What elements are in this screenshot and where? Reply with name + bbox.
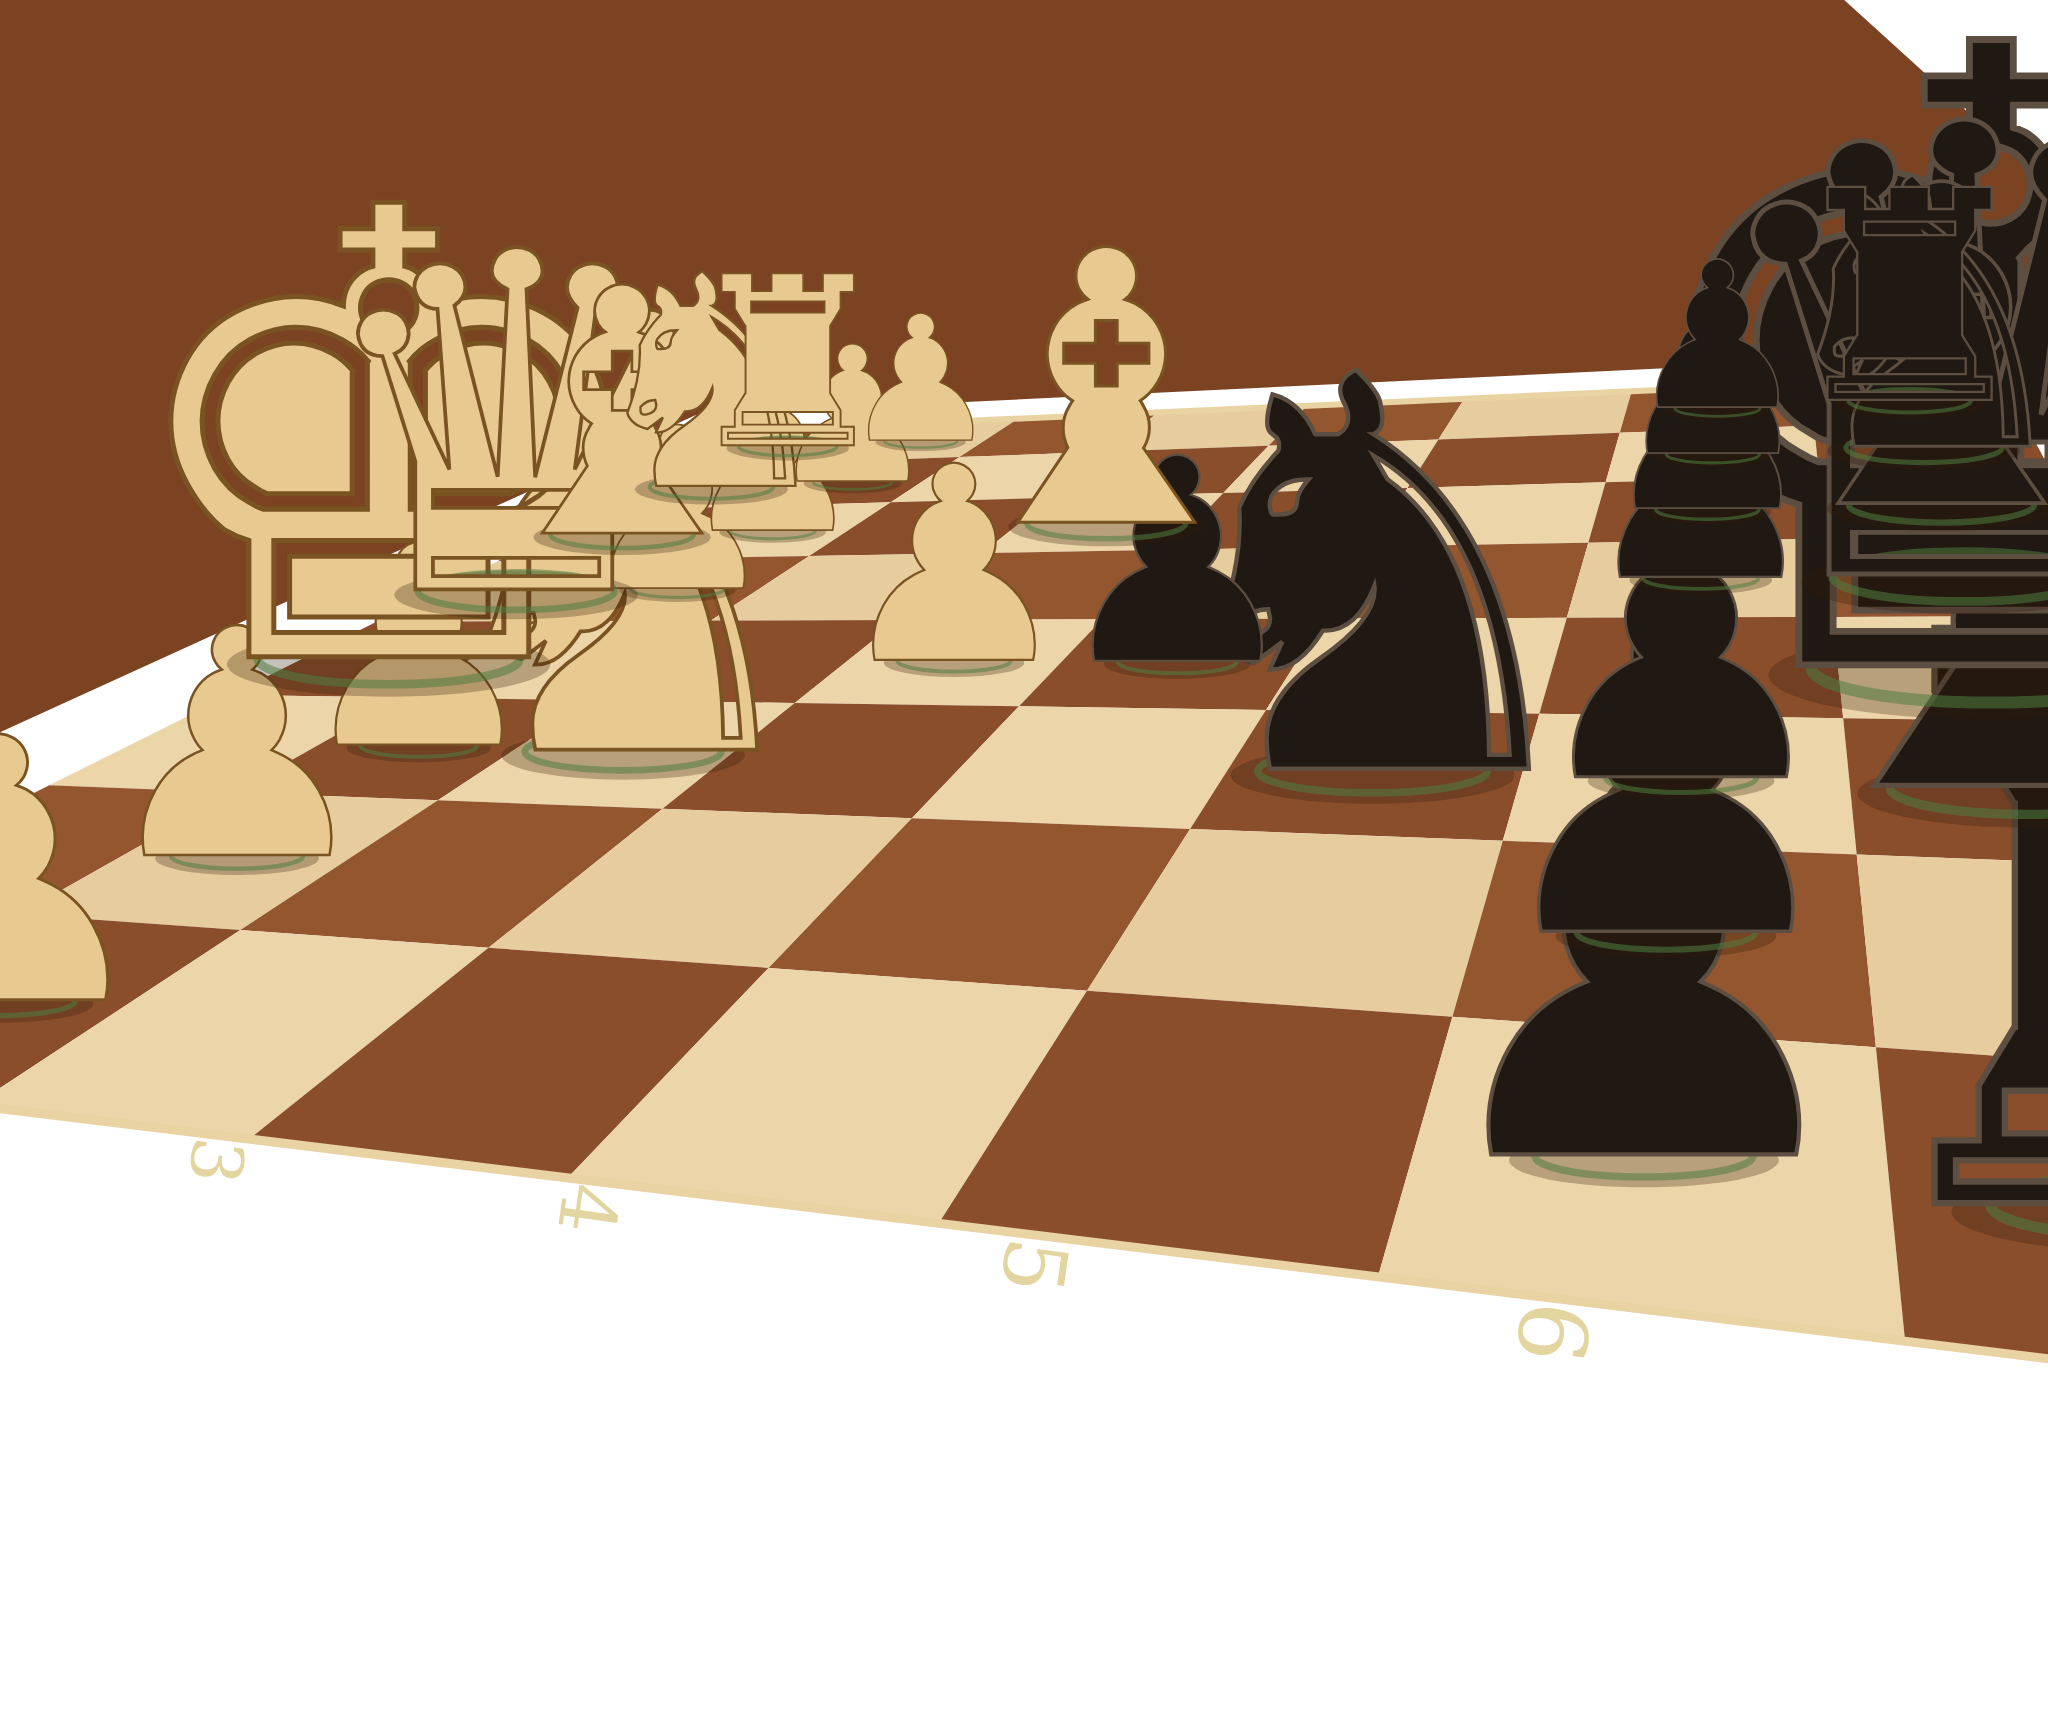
piece-white-rook-a1: ♜ (682, 227, 893, 500)
board-photo-stage: 3456♜♟♟♝♟♟♜♞♚♟♞♛♟♟♟♟♝♟♚♞♟♟♝♛♜♟♟♝♟♞♟♜ (0, 0, 2048, 1710)
piece-black-pawn-a7: ♟ (1626, 219, 1808, 455)
chessboard-svg: 3456♜♟♟♝♟♟♜♞♚♟♞♛♟♟♟♟♝♟♚♞♟♟♝♛♜♟♟♝♟♞♟♜ (0, 0, 2048, 1710)
piece-black-rook-a8: ♜ (1779, 129, 2040, 469)
